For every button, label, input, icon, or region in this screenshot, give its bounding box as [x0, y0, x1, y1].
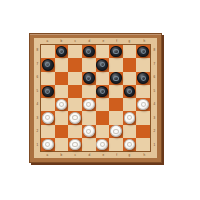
rank-label: 2: [36, 130, 38, 133]
square-b5[interactable]: [55, 85, 69, 98]
square-d3[interactable]: [82, 111, 96, 124]
file-label: b: [60, 40, 62, 43]
square-d7[interactable]: [82, 58, 96, 71]
white-man-a1[interactable]: [42, 139, 54, 150]
rank-label: 8: [153, 49, 155, 52]
square-b1[interactable]: [55, 138, 69, 151]
square-g1[interactable]: [123, 138, 137, 151]
square-h5[interactable]: [136, 85, 150, 98]
square-e4[interactable]: [96, 98, 110, 111]
black-man-e5[interactable]: [96, 86, 108, 97]
square-f1[interactable]: [109, 138, 123, 151]
file-label: f: [116, 40, 117, 43]
black-man-f8[interactable]: [110, 46, 122, 57]
square-a1[interactable]: [41, 138, 55, 151]
square-e3[interactable]: [96, 111, 110, 124]
square-h6[interactable]: [136, 72, 150, 85]
black-man-d8[interactable]: [83, 46, 95, 57]
white-man-h4[interactable]: [137, 99, 149, 110]
file-labels-bottom: abcdefgh: [40, 152, 151, 158]
white-man-a3[interactable]: [42, 112, 54, 123]
file-label: d: [88, 154, 90, 157]
square-c3[interactable]: [68, 111, 82, 124]
rank-label: 1: [153, 144, 155, 147]
square-d4[interactable]: [82, 98, 96, 111]
file-label: b: [60, 154, 62, 157]
white-man-f2[interactable]: [110, 125, 122, 136]
black-man-d6[interactable]: [83, 72, 95, 83]
square-e6[interactable]: [96, 72, 110, 85]
rank-label: 3: [36, 117, 38, 120]
square-b4[interactable]: [55, 98, 69, 111]
square-g6[interactable]: [123, 72, 137, 85]
square-h8[interactable]: [136, 45, 150, 58]
board-margin: abcdefgh abcdefgh 87654321 87654321: [34, 38, 157, 158]
black-man-f6[interactable]: [110, 72, 122, 83]
file-label: c: [74, 154, 76, 157]
square-e8[interactable]: [96, 45, 110, 58]
square-a7[interactable]: [41, 58, 55, 71]
square-f4[interactable]: [109, 98, 123, 111]
square-e1[interactable]: [96, 138, 110, 151]
black-man-g5[interactable]: [124, 86, 136, 97]
square-c7[interactable]: [68, 58, 82, 71]
square-a8[interactable]: [41, 45, 55, 58]
square-a6[interactable]: [41, 72, 55, 85]
black-man-h6[interactable]: [137, 72, 149, 83]
file-label: c: [74, 40, 76, 43]
square-f6[interactable]: [109, 72, 123, 85]
square-g4[interactable]: [123, 98, 137, 111]
white-man-c1[interactable]: [69, 139, 81, 150]
file-label: e: [102, 40, 104, 43]
rank-label: 5: [36, 90, 38, 93]
file-label: e: [102, 154, 104, 157]
square-b6[interactable]: [55, 72, 69, 85]
rank-label: 4: [153, 103, 155, 106]
square-f7[interactable]: [109, 58, 123, 71]
square-f2[interactable]: [109, 125, 123, 138]
rank-label: 6: [36, 76, 38, 79]
file-label: a: [46, 154, 48, 157]
rank-label: 7: [153, 63, 155, 66]
square-b2[interactable]: [55, 125, 69, 138]
square-f3[interactable]: [109, 111, 123, 124]
square-d8[interactable]: [82, 45, 96, 58]
square-h3[interactable]: [136, 111, 150, 124]
square-h4[interactable]: [136, 98, 150, 111]
black-man-h8[interactable]: [137, 46, 149, 57]
square-a5[interactable]: [41, 85, 55, 98]
square-g3[interactable]: [123, 111, 137, 124]
white-man-c3[interactable]: [69, 112, 81, 123]
rank-label: 2: [153, 130, 155, 133]
square-c2[interactable]: [68, 125, 82, 138]
white-man-d4[interactable]: [83, 99, 95, 110]
rank-label: 7: [36, 63, 38, 66]
square-d1[interactable]: [82, 138, 96, 151]
square-c1[interactable]: [68, 138, 82, 151]
rank-label: 3: [153, 117, 155, 120]
page-background: abcdefgh abcdefgh 87654321 87654321: [0, 0, 200, 200]
square-d2[interactable]: [82, 125, 96, 138]
square-g8[interactable]: [123, 45, 137, 58]
black-man-e7[interactable]: [96, 59, 108, 70]
rank-label: 1: [36, 144, 38, 147]
square-c5[interactable]: [68, 85, 82, 98]
square-h2[interactable]: [136, 125, 150, 138]
square-a2[interactable]: [41, 125, 55, 138]
white-man-b4[interactable]: [56, 99, 68, 110]
file-label: h: [143, 154, 145, 157]
white-man-g3[interactable]: [124, 112, 136, 123]
black-man-a5[interactable]: [42, 86, 54, 97]
square-e2[interactable]: [96, 125, 110, 138]
black-man-a7[interactable]: [42, 59, 54, 70]
file-label: h: [143, 40, 145, 43]
rank-label: 8: [36, 49, 38, 52]
square-g5[interactable]: [123, 85, 137, 98]
square-b8[interactable]: [55, 45, 69, 58]
file-label: g: [129, 154, 131, 157]
white-man-e1[interactable]: [96, 139, 108, 150]
white-man-g1[interactable]: [124, 139, 136, 150]
square-d5[interactable]: [82, 85, 96, 98]
square-h1[interactable]: [136, 138, 150, 151]
square-e7[interactable]: [96, 58, 110, 71]
file-label: f: [116, 154, 117, 157]
square-c6[interactable]: [68, 72, 82, 85]
square-f5[interactable]: [109, 85, 123, 98]
square-f8[interactable]: [109, 45, 123, 58]
rank-labels-right: 87654321: [151, 44, 157, 152]
square-c8[interactable]: [68, 45, 82, 58]
file-label: a: [46, 40, 48, 43]
square-g7[interactable]: [123, 58, 137, 71]
white-man-d2[interactable]: [83, 125, 95, 136]
file-label: d: [88, 40, 90, 43]
square-h7[interactable]: [136, 58, 150, 71]
square-c4[interactable]: [68, 98, 82, 111]
square-d6[interactable]: [82, 72, 96, 85]
square-e5[interactable]: [96, 85, 110, 98]
square-b7[interactable]: [55, 58, 69, 71]
black-man-b8[interactable]: [56, 46, 68, 57]
rank-label: 4: [36, 103, 38, 106]
square-a4[interactable]: [41, 98, 55, 111]
square-g2[interactable]: [123, 125, 137, 138]
file-label: g: [129, 40, 131, 43]
checkers-board-frame: abcdefgh abcdefgh 87654321 87654321: [29, 33, 162, 163]
square-a3[interactable]: [41, 111, 55, 124]
board-grid: [40, 44, 151, 152]
square-b3[interactable]: [55, 111, 69, 124]
rank-label: 5: [153, 90, 155, 93]
rank-label: 6: [153, 76, 155, 79]
